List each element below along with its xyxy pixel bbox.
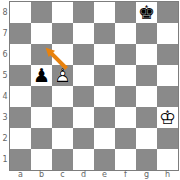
square-e6[interactable]: [94, 44, 115, 65]
square-a1[interactable]: [10, 149, 31, 170]
square-c1[interactable]: [52, 149, 73, 170]
white-king-icon: ♔: [157, 107, 178, 128]
square-c3[interactable]: [52, 107, 73, 128]
square-e3[interactable]: [94, 107, 115, 128]
square-d8[interactable]: [73, 2, 94, 23]
square-g8[interactable]: ♚: [136, 2, 157, 23]
black-king[interactable]: ♚: [136, 2, 157, 23]
square-c5[interactable]: ♟♙: [52, 65, 73, 86]
square-f8[interactable]: [115, 2, 136, 23]
chess-board-page: 87654321 ♚♟♟♙♚♔ abcdefgh: [0, 0, 180, 180]
square-g4[interactable]: [136, 86, 157, 107]
square-d7[interactable]: [73, 23, 94, 44]
square-c6[interactable]: [52, 44, 73, 65]
file-label-h: h: [157, 170, 178, 180]
rank-label-4: 4: [0, 86, 10, 107]
square-h4[interactable]: [157, 86, 178, 107]
square-c2[interactable]: [52, 128, 73, 149]
rank-label-8: 8: [0, 2, 10, 23]
square-b8[interactable]: [31, 2, 52, 23]
square-g2[interactable]: [136, 128, 157, 149]
square-b1[interactable]: [31, 149, 52, 170]
rank-label-3: 3: [0, 107, 10, 128]
square-f1[interactable]: [115, 149, 136, 170]
file-label-b: b: [31, 170, 52, 180]
white-pawn[interactable]: ♟♙: [52, 65, 73, 86]
black-pawn[interactable]: ♟: [31, 65, 52, 86]
square-d3[interactable]: [73, 107, 94, 128]
square-h6[interactable]: [157, 44, 178, 65]
square-e1[interactable]: [94, 149, 115, 170]
square-b3[interactable]: [31, 107, 52, 128]
file-label-e: e: [94, 170, 115, 180]
square-f5[interactable]: [115, 65, 136, 86]
file-label-d: d: [73, 170, 94, 180]
square-a7[interactable]: [10, 23, 31, 44]
square-e7[interactable]: [94, 23, 115, 44]
white-king[interactable]: ♚♔: [157, 107, 178, 128]
square-h5[interactable]: [157, 65, 178, 86]
square-f2[interactable]: [115, 128, 136, 149]
square-g6[interactable]: [136, 44, 157, 65]
square-g7[interactable]: [136, 23, 157, 44]
square-b7[interactable]: [31, 23, 52, 44]
rank-label-1: 1: [0, 149, 10, 170]
square-c8[interactable]: [52, 2, 73, 23]
square-d2[interactable]: [73, 128, 94, 149]
square-g5[interactable]: [136, 65, 157, 86]
square-f3[interactable]: [115, 107, 136, 128]
square-h3[interactable]: ♚♔: [157, 107, 178, 128]
square-b4[interactable]: [31, 86, 52, 107]
square-c4[interactable]: [52, 86, 73, 107]
rank-label-7: 7: [0, 23, 10, 44]
square-d1[interactable]: [73, 149, 94, 170]
square-g1[interactable]: [136, 149, 157, 170]
square-e5[interactable]: [94, 65, 115, 86]
square-a6[interactable]: [10, 44, 31, 65]
square-f7[interactable]: [115, 23, 136, 44]
file-label-a: a: [10, 170, 31, 180]
square-h1[interactable]: [157, 149, 178, 170]
black-king-icon: ♚: [136, 2, 157, 23]
square-a4[interactable]: [10, 86, 31, 107]
board: ♚♟♟♙♚♔: [10, 2, 178, 170]
square-g3[interactable]: [136, 107, 157, 128]
rank-label-5: 5: [0, 65, 10, 86]
square-a5[interactable]: [10, 65, 31, 86]
square-a2[interactable]: [10, 128, 31, 149]
square-a3[interactable]: [10, 107, 31, 128]
square-b2[interactable]: [31, 128, 52, 149]
square-b6[interactable]: [31, 44, 52, 65]
file-labels: abcdefgh: [10, 170, 178, 180]
square-h8[interactable]: [157, 2, 178, 23]
white-pawn-icon: ♙: [52, 65, 73, 86]
square-h2[interactable]: [157, 128, 178, 149]
square-f4[interactable]: [115, 86, 136, 107]
square-a8[interactable]: [10, 2, 31, 23]
rank-label-2: 2: [0, 128, 10, 149]
square-d4[interactable]: [73, 86, 94, 107]
file-label-f: f: [115, 170, 136, 180]
rank-labels: 87654321: [0, 2, 10, 170]
square-d5[interactable]: [73, 65, 94, 86]
square-e2[interactable]: [94, 128, 115, 149]
square-f6[interactable]: [115, 44, 136, 65]
file-label-g: g: [136, 170, 157, 180]
square-c7[interactable]: [52, 23, 73, 44]
square-h7[interactable]: [157, 23, 178, 44]
square-b5[interactable]: ♟: [31, 65, 52, 86]
square-e8[interactable]: [94, 2, 115, 23]
black-pawn-icon: ♟: [31, 65, 52, 86]
file-label-c: c: [52, 170, 73, 180]
square-e4[interactable]: [94, 86, 115, 107]
rank-label-6: 6: [0, 44, 10, 65]
square-d6[interactable]: [73, 44, 94, 65]
